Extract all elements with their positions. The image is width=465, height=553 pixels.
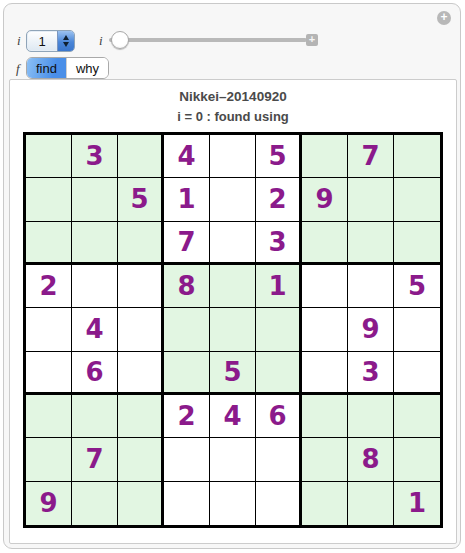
sudoku-cell-r9c5 (210, 482, 256, 525)
stepper-up-icon[interactable] (63, 35, 69, 40)
sudoku-cell-r1c1 (26, 135, 72, 178)
sudoku-cell-r1c7 (302, 135, 348, 178)
sudoku-cell-r3c2 (72, 222, 118, 265)
sudoku-cell-r6c9 (394, 352, 440, 395)
sudoku-cell-r7c1 (26, 395, 72, 438)
sudoku-cell-r7c6: 6 (256, 395, 302, 438)
sudoku-cell-r6c4 (164, 352, 210, 395)
sudoku-cell-r3c1 (26, 222, 72, 265)
sudoku-cell-r4c6: 1 (256, 265, 302, 308)
sudoku-cell-r8c2: 7 (72, 438, 118, 481)
sudoku-cell-r4c4: 8 (164, 265, 210, 308)
sudoku-cell-r2c1 (26, 178, 72, 221)
sudoku-cell-r1c3 (118, 135, 164, 178)
sudoku-cell-r1c2: 3 (72, 135, 118, 178)
sudoku-cell-r9c8 (348, 482, 394, 525)
toggle-label: f (16, 61, 20, 77)
sudoku-cell-r6c6 (256, 352, 302, 395)
sudoku-cell-r5c3 (118, 308, 164, 351)
slider-track[interactable] (109, 38, 307, 42)
sudoku-cell-r8c3 (118, 438, 164, 481)
sudoku-cell-r5c2: 4 (72, 308, 118, 351)
sudoku-cell-r3c9 (394, 222, 440, 265)
sudoku-cell-r3c3 (118, 222, 164, 265)
sudoku-cell-r4c2 (72, 265, 118, 308)
sudoku-cell-r1c4: 4 (164, 135, 210, 178)
sudoku-cell-r7c7 (302, 395, 348, 438)
sudoku-cell-r9c3 (118, 482, 164, 525)
popup-value: 1 (27, 31, 57, 51)
sudoku-cell-r8c8: 8 (348, 438, 394, 481)
sudoku-cell-r9c2 (72, 482, 118, 525)
sudoku-cell-r4c8 (348, 265, 394, 308)
sudoku-cell-r8c9 (394, 438, 440, 481)
sudoku-cell-r1c6: 5 (256, 135, 302, 178)
sudoku-cell-r9c9: 1 (394, 482, 440, 525)
display-panel: Nikkei–20140920 i = 0 : found using 3457… (9, 79, 457, 544)
sudoku-cell-r8c7 (302, 438, 348, 481)
sudoku-cell-r9c6 (256, 482, 302, 525)
sudoku-cell-r6c2: 6 (72, 352, 118, 395)
popup-label: i (17, 33, 21, 49)
sudoku-cell-r3c8 (348, 222, 394, 265)
sudoku-cell-r9c1: 9 (26, 482, 72, 525)
sudoku-cell-r5c6 (256, 308, 302, 351)
sudoku-cell-r2c9 (394, 178, 440, 221)
sudoku-cell-r4c5 (210, 265, 256, 308)
sudoku-cell-r4c9: 5 (394, 265, 440, 308)
sudoku-cell-r6c7 (302, 352, 348, 395)
sudoku-cell-r2c6: 2 (256, 178, 302, 221)
toggle-find-button[interactable]: find (27, 58, 67, 78)
sudoku-cell-r6c3 (118, 352, 164, 395)
i-slider[interactable] (109, 30, 307, 50)
manipulate-menu-plus-icon[interactable]: + (437, 11, 451, 25)
slider-expand-button[interactable]: + (306, 34, 318, 46)
sudoku-cell-r1c8: 7 (348, 135, 394, 178)
sudoku-cell-r4c7 (302, 265, 348, 308)
sudoku-cell-r3c7 (302, 222, 348, 265)
stepper-down-icon[interactable] (63, 42, 69, 47)
sudoku-cell-r3c6: 3 (256, 222, 302, 265)
sudoku-cell-r5c4 (164, 308, 210, 351)
sudoku-cell-r1c5 (210, 135, 256, 178)
stepper-arrows-icon[interactable] (57, 31, 74, 51)
sudoku-cell-r2c2 (72, 178, 118, 221)
sudoku-cell-r7c5: 4 (210, 395, 256, 438)
sudoku-cell-r9c4 (164, 482, 210, 525)
sudoku-cell-r7c8 (348, 395, 394, 438)
sudoku-cell-r2c7: 9 (302, 178, 348, 221)
slider-thumb[interactable] (111, 31, 129, 49)
sudoku-cell-r8c5 (210, 438, 256, 481)
sudoku-board: 34575129732815496532467891 (23, 132, 443, 528)
sudoku-cell-r8c1 (26, 438, 72, 481)
board-title: Nikkei–20140920 (10, 89, 456, 104)
sudoku-cell-r5c1 (26, 308, 72, 351)
sudoku-cell-r2c5 (210, 178, 256, 221)
sudoku-cell-r3c4: 7 (164, 222, 210, 265)
sudoku-cell-r7c2 (72, 395, 118, 438)
sudoku-cell-r6c8: 3 (348, 352, 394, 395)
sudoku-cell-r2c3: 5 (118, 178, 164, 221)
toggle-why-button[interactable]: why (66, 58, 108, 78)
sudoku-cell-r7c4: 2 (164, 395, 210, 438)
sudoku-cell-r2c8 (348, 178, 394, 221)
sudoku-cell-r5c8: 9 (348, 308, 394, 351)
sudoku-cell-r1c9 (394, 135, 440, 178)
slider-label: i (99, 33, 103, 49)
sudoku-cell-r7c3 (118, 395, 164, 438)
sudoku-cell-r6c1 (26, 352, 72, 395)
sudoku-cell-r7c9 (394, 395, 440, 438)
manipulate-panel: + i 1 i + f find why Nikkei–20140920 i =… (3, 3, 461, 549)
sudoku-cell-r5c9 (394, 308, 440, 351)
sudoku-cell-r6c5: 5 (210, 352, 256, 395)
f-toggle-group: find why (26, 57, 109, 79)
sudoku-cell-r4c1: 2 (26, 265, 72, 308)
sudoku-cell-r9c7 (302, 482, 348, 525)
sudoku-cell-r8c4 (164, 438, 210, 481)
sudoku-cell-r2c4: 1 (164, 178, 210, 221)
sudoku-cell-r5c7 (302, 308, 348, 351)
i-popup-menu[interactable]: 1 (26, 30, 75, 52)
sudoku-cell-r5c5 (210, 308, 256, 351)
sudoku-cell-r4c3 (118, 265, 164, 308)
sudoku-cell-r8c6 (256, 438, 302, 481)
sudoku-cell-r3c5 (210, 222, 256, 265)
board-subtitle: i = 0 : found using (10, 109, 456, 124)
